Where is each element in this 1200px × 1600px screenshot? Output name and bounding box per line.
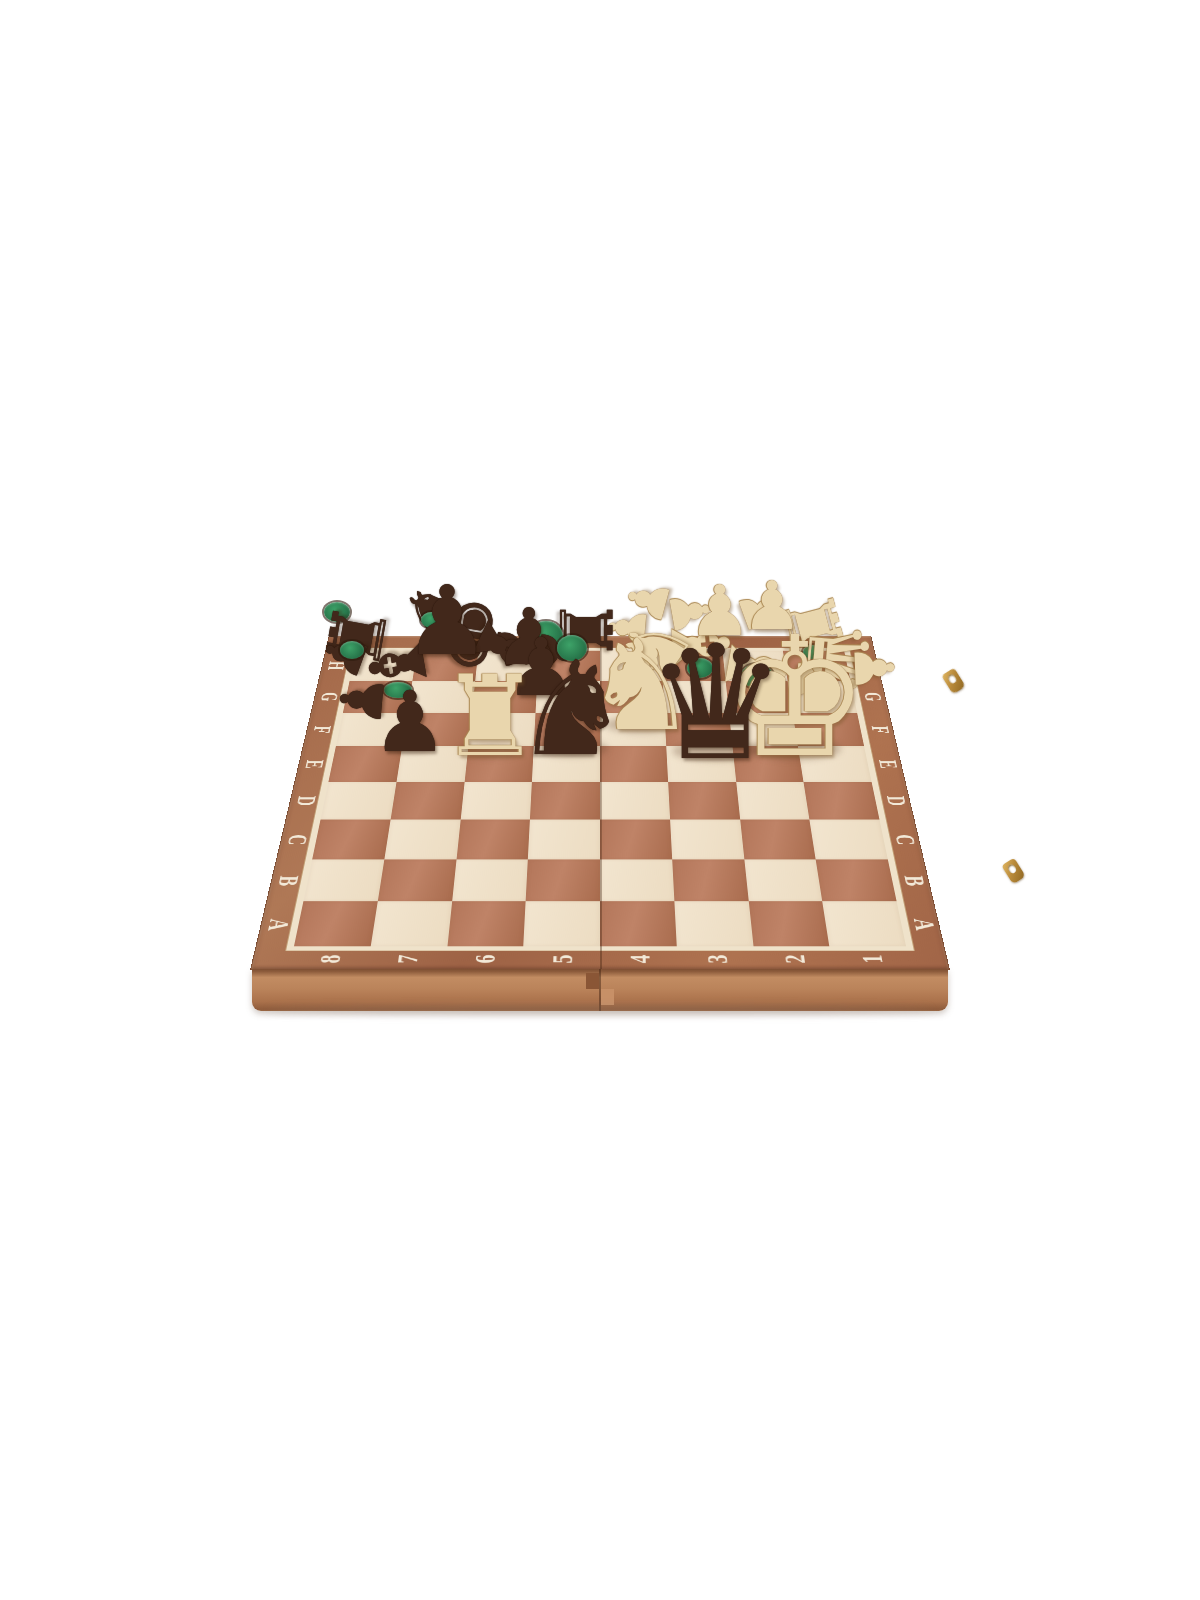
coordinate-label: F <box>865 726 894 734</box>
coordinate-label: C <box>888 834 921 845</box>
board-square <box>384 819 460 859</box>
board-square <box>460 782 532 820</box>
board-square <box>523 901 600 946</box>
board-square <box>736 782 810 820</box>
board-square <box>456 819 530 859</box>
board-square <box>526 859 600 901</box>
board-square <box>390 782 464 820</box>
board-square <box>788 681 857 713</box>
coordinate-label: 1 <box>855 955 889 964</box>
felt-base-pad <box>687 658 713 678</box>
board-square <box>600 819 672 859</box>
board-square <box>600 681 664 713</box>
board-square <box>600 901 677 946</box>
board-square <box>672 859 748 901</box>
felt-base-pad <box>421 612 443 628</box>
coordinate-label: 5 <box>546 955 579 964</box>
piece-shadow <box>672 741 760 762</box>
board-square <box>674 901 753 946</box>
coordinate-label: G <box>315 692 344 701</box>
coordinate-label: E <box>873 760 903 769</box>
board-square <box>748 901 829 946</box>
board-square <box>804 782 880 820</box>
piece-shadow <box>420 644 474 656</box>
board-square <box>530 782 600 820</box>
board-square <box>600 782 670 820</box>
felt-base-pad <box>340 641 364 659</box>
felt-base-pad <box>557 635 587 661</box>
finger-joint <box>586 973 599 989</box>
board-square <box>816 859 897 901</box>
board-square <box>600 651 663 681</box>
brass-clasp <box>1001 858 1025 885</box>
board-square <box>321 782 397 820</box>
board-square <box>810 819 888 859</box>
coordinate-label: 3 <box>700 955 733 964</box>
board-square <box>294 901 378 946</box>
board-square <box>328 746 401 782</box>
piece-shadow <box>700 628 739 637</box>
board-square <box>312 819 390 859</box>
piece-shadow <box>459 743 522 758</box>
piece-shadow <box>749 738 842 760</box>
board-square <box>468 713 536 747</box>
coordinate-label: D <box>880 796 912 806</box>
board-square <box>668 782 740 820</box>
board-square <box>370 901 451 946</box>
board-square <box>740 819 816 859</box>
coordinate-label: 4 <box>623 955 656 964</box>
board-frame: AABBCCDDEEFFGGHH87654321 <box>250 636 950 970</box>
board-square <box>600 859 674 901</box>
piece-shadow <box>606 716 677 732</box>
felt-base-pad <box>384 682 412 698</box>
board-square <box>452 859 528 901</box>
board-square <box>336 713 407 747</box>
coordinate-label: B <box>271 876 304 887</box>
coordinate-label: 6 <box>468 955 501 964</box>
piece-shadow <box>753 623 791 632</box>
coordinate-label: A <box>907 919 942 931</box>
coordinate-label: H <box>322 661 350 670</box>
coordinate-label: G <box>858 692 887 701</box>
board-side-edge <box>252 969 948 1011</box>
piece-shadow <box>536 740 609 757</box>
coordinate-label: D <box>290 796 322 806</box>
board-shadow <box>268 1006 932 1015</box>
coordinate-label: 8 <box>313 955 347 964</box>
piece-shadow <box>519 687 564 697</box>
board-square <box>744 859 823 901</box>
coordinate-label: H <box>851 661 879 670</box>
piece-shadow <box>386 742 433 753</box>
board-square <box>378 859 457 901</box>
finger-joint <box>601 989 614 1005</box>
felt-base-pad <box>741 664 773 688</box>
board-square <box>447 901 526 946</box>
board-square <box>303 859 384 901</box>
coordinate-label: E <box>299 760 329 769</box>
board-square <box>663 681 729 713</box>
coordinate-label: A <box>261 919 296 931</box>
felt-base-pad <box>324 602 350 622</box>
coordinate-label: 7 <box>390 955 424 964</box>
chess-board: AABBCCDDEEFFGGHH87654321 <box>250 636 950 970</box>
light-pawn: ♟ <box>616 568 680 632</box>
coordinate-label: B <box>897 876 930 887</box>
felt-base-pad <box>803 645 821 659</box>
coordinate-label: C <box>281 834 314 845</box>
board-square <box>670 819 744 859</box>
board-square <box>822 901 906 946</box>
coordinate-label: F <box>307 726 336 734</box>
board-square <box>600 746 668 782</box>
product-photo-scene: AABBCCDDEEFFGGHH87654321 ♟♜♞♞♛♚♟♟♟♟♟♜♝♚♝… <box>0 0 1200 1600</box>
coordinate-label: 2 <box>778 955 812 964</box>
board-square <box>528 819 600 859</box>
board-square <box>407 681 475 713</box>
